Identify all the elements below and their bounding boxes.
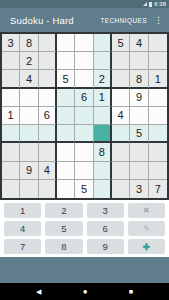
signal-icon [143, 2, 147, 6]
digit-7-button[interactable]: 7 [4, 239, 41, 254]
cell-r3c1[interactable] [2, 70, 20, 88]
cell-r7c5[interactable] [75, 143, 93, 161]
clear-button[interactable]: ✖ [128, 203, 165, 218]
digit-3-button[interactable]: 3 [87, 203, 124, 218]
cell-r4c6[interactable]: 1 [94, 89, 112, 107]
cell-r4c5[interactable]: 6 [75, 89, 93, 107]
cell-r6c3[interactable] [39, 125, 57, 143]
cell-r6c2[interactable] [20, 125, 38, 143]
cell-r3c9[interactable]: 1 [149, 70, 167, 88]
cell-r2c4[interactable] [57, 52, 75, 70]
recents-button[interactable]: ■ [129, 288, 133, 295]
cell-r1c5[interactable] [75, 34, 93, 52]
add-button[interactable]: ✚ [128, 239, 165, 254]
cell-r6c1[interactable] [2, 125, 20, 143]
status-bar: 6:38 [0, 0, 169, 8]
cell-r4c4[interactable] [57, 89, 75, 107]
pencil-button[interactable]: ✎ [128, 221, 165, 236]
cell-r4c7[interactable] [112, 89, 130, 107]
cell-r9c1[interactable] [2, 180, 20, 198]
techniques-button[interactable]: TECHNIQUES [100, 17, 147, 24]
cell-r5c2[interactable] [20, 107, 38, 125]
cell-r3c2[interactable]: 4 [20, 70, 38, 88]
cell-r2c5[interactable] [75, 52, 93, 70]
cell-r5c4[interactable] [57, 107, 75, 125]
cell-r8c2[interactable]: 9 [20, 162, 38, 180]
cell-r9c2[interactable] [20, 180, 38, 198]
cell-r1c2[interactable]: 8 [20, 34, 38, 52]
cell-r9c3[interactable] [39, 180, 57, 198]
cell-r8c6[interactable] [94, 162, 112, 180]
cell-r4c3[interactable] [39, 89, 57, 107]
cell-r6c9[interactable] [149, 125, 167, 143]
battery-icon [149, 2, 152, 7]
cell-r5c8[interactable] [130, 107, 148, 125]
cell-r2c1[interactable] [2, 52, 20, 70]
cell-r3c6[interactable]: 2 [94, 70, 112, 88]
digit-5-button[interactable]: 5 [45, 221, 82, 236]
cell-r7c8[interactable] [130, 143, 148, 161]
cell-r1c6[interactable] [94, 34, 112, 52]
cell-r6c5[interactable] [75, 125, 93, 143]
sudoku-board: 38542452816191645894537 [0, 32, 169, 200]
status-time: 6:38 [154, 0, 166, 8]
cell-r4c9[interactable] [149, 89, 167, 107]
cell-r7c4[interactable] [57, 143, 75, 161]
cell-r1c7[interactable]: 5 [112, 34, 130, 52]
cell-r1c8[interactable]: 4 [130, 34, 148, 52]
cell-r5c5[interactable] [75, 107, 93, 125]
cell-r9c4[interactable] [57, 180, 75, 198]
cell-r7c9[interactable] [149, 143, 167, 161]
cell-r3c7[interactable] [112, 70, 130, 88]
app-screen: 6:38 Sudoku - Hard TECHNIQUES ⋮ 38542452… [0, 0, 169, 300]
cell-r9c7[interactable] [112, 180, 130, 198]
cell-r5c7[interactable]: 4 [112, 107, 130, 125]
digit-8-button[interactable]: 8 [45, 239, 82, 254]
digit-9-button[interactable]: 9 [87, 239, 124, 254]
cell-r1c9[interactable] [149, 34, 167, 52]
cell-r4c1[interactable] [2, 89, 20, 107]
cell-r7c7[interactable] [112, 143, 130, 161]
digit-4-button[interactable]: 4 [4, 221, 41, 236]
cell-r1c1[interactable]: 3 [2, 34, 20, 52]
cell-r5c9[interactable] [149, 107, 167, 125]
plus-icon: ✚ [143, 242, 151, 252]
cell-r8c9[interactable] [149, 162, 167, 180]
pencil-icon: ✎ [143, 224, 150, 233]
cell-r7c1[interactable] [2, 143, 20, 161]
cell-r4c2[interactable] [20, 89, 38, 107]
cell-r6c8[interactable]: 5 [130, 125, 148, 143]
android-nav-bar: ◀ ● ■ [0, 283, 169, 300]
cell-r9c9[interactable]: 7 [149, 180, 167, 198]
cell-r2c3[interactable] [39, 52, 57, 70]
cell-r8c3[interactable]: 4 [39, 162, 57, 180]
digit-2-button[interactable]: 2 [45, 203, 82, 218]
cell-r2c6[interactable] [94, 52, 112, 70]
cell-r8c4[interactable] [57, 162, 75, 180]
cell-r2c8[interactable] [130, 52, 148, 70]
cell-r8c8[interactable] [130, 162, 148, 180]
home-button[interactable]: ● [83, 288, 88, 296]
cell-r3c5[interactable] [75, 70, 93, 88]
cell-r9c5[interactable]: 5 [75, 180, 93, 198]
cell-r2c9[interactable] [149, 52, 167, 70]
bottom-band [0, 257, 169, 283]
back-button[interactable]: ◀ [36, 288, 41, 295]
cell-r3c3[interactable] [39, 70, 57, 88]
cell-r1c4[interactable] [57, 34, 75, 52]
cell-r5c3[interactable]: 6 [39, 107, 57, 125]
cell-r6c4[interactable] [57, 125, 75, 143]
cell-r6c6[interactable] [94, 125, 112, 143]
cell-r5c1[interactable]: 1 [2, 107, 20, 125]
cell-r8c5[interactable] [75, 162, 93, 180]
cell-r5c6[interactable] [94, 107, 112, 125]
clear-x-icon: ✖ [143, 206, 150, 215]
cell-r8c7[interactable] [112, 162, 130, 180]
overflow-menu-icon[interactable]: ⋮ [154, 16, 163, 25]
cell-r2c2[interactable]: 2 [20, 52, 38, 70]
cell-r9c6[interactable] [94, 180, 112, 198]
cell-r2c7[interactable] [112, 52, 130, 70]
cell-r4c8[interactable]: 9 [130, 89, 148, 107]
page-title: Sudoku - Hard [10, 15, 74, 26]
cell-r7c3[interactable] [39, 143, 57, 161]
cell-r6c7[interactable] [112, 125, 130, 143]
digit-1-button[interactable]: 1 [4, 203, 41, 218]
cell-r9c8[interactable]: 3 [130, 180, 148, 198]
cell-r7c6[interactable]: 8 [94, 143, 112, 161]
cell-r8c1[interactable] [2, 162, 20, 180]
cell-r3c4[interactable]: 5 [57, 70, 75, 88]
app-bar: Sudoku - Hard TECHNIQUES ⋮ [0, 8, 169, 32]
cell-r1c3[interactable] [39, 34, 57, 52]
number-pad: 123✖456✎789✚ [0, 203, 169, 254]
cell-r3c8[interactable]: 8 [130, 70, 148, 88]
cell-r7c2[interactable] [20, 143, 38, 161]
digit-6-button[interactable]: 6 [87, 221, 124, 236]
